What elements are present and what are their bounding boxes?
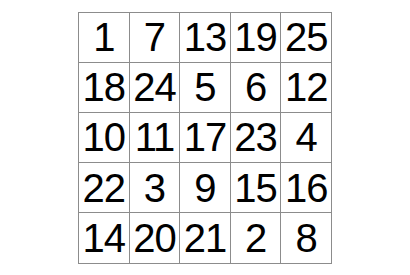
grid-cell-r5c3: 21 — [180, 213, 230, 262]
grid-cell-r3c5: 4 — [281, 113, 331, 162]
grid-cell-r1c1: 1 — [79, 13, 129, 62]
grid-cell-r3c3: 17 — [180, 113, 230, 162]
grid-cell-r2c5: 12 — [281, 63, 331, 112]
grid-cell-r1c4: 19 — [231, 13, 281, 62]
grid-cell-r2c4: 6 — [231, 63, 281, 112]
grid-cell-r3c2: 11 — [130, 113, 180, 162]
grid-cell-r4c1: 22 — [79, 163, 129, 212]
grid-cell-r1c2: 7 — [130, 13, 180, 62]
grid-cell-r5c1: 14 — [79, 213, 129, 262]
grid-cell-r5c2: 20 — [130, 213, 180, 262]
grid-cell-r2c2: 24 — [130, 63, 180, 112]
grid-cell-r4c5: 16 — [281, 163, 331, 212]
grid-cell-r3c1: 10 — [79, 113, 129, 162]
grid-cell-r2c1: 18 — [79, 63, 129, 112]
grid-cell-r4c4: 15 — [231, 163, 281, 212]
grid-cell-r1c5: 25 — [281, 13, 331, 62]
grid-cell-r4c2: 3 — [130, 163, 180, 212]
grid-cell-r2c3: 5 — [180, 63, 230, 112]
grid-cell-r3c4: 23 — [231, 113, 281, 162]
grid-cell-r5c5: 8 — [281, 213, 331, 262]
grid-cell-r4c3: 9 — [180, 163, 230, 212]
grid-cell-r5c4: 2 — [231, 213, 281, 262]
grid-cell-r1c3: 13 — [180, 13, 230, 62]
magic-square-board: 1713192518245612101117234223915161420212… — [78, 12, 332, 264]
